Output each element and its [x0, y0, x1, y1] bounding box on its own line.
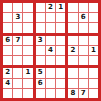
- cell-r3c1[interactable]: [3, 23, 12, 32]
- cell-r8c2[interactable]: [13, 79, 22, 88]
- cell-r7c1[interactable]: 2: [3, 68, 12, 77]
- cell-r3c5[interactable]: [46, 23, 55, 32]
- cell-r4c9[interactable]: [89, 36, 98, 45]
- cell-r3c9[interactable]: [89, 23, 98, 32]
- cell-r7c9[interactable]: [89, 68, 98, 77]
- box-7: 214: [3, 68, 33, 98]
- cell-r5c7[interactable]: 2: [68, 46, 77, 55]
- box-9: 87: [68, 68, 98, 98]
- cell-r1c8[interactable]: [79, 3, 88, 12]
- cell-r2c7[interactable]: [68, 13, 77, 22]
- cell-r5c3[interactable]: [23, 46, 32, 55]
- cell-r2c5[interactable]: [46, 13, 55, 22]
- cell-r5c1[interactable]: [3, 46, 12, 55]
- cell-r2c9[interactable]: [89, 13, 98, 22]
- cell-r9c1[interactable]: [3, 89, 12, 98]
- cell-r4c1[interactable]: 6: [3, 36, 12, 45]
- cell-r4c3[interactable]: [23, 36, 32, 45]
- cell-r1c4[interactable]: [36, 3, 45, 12]
- cell-r9c5[interactable]: [46, 89, 55, 98]
- cell-r8c1[interactable]: 4: [3, 79, 12, 88]
- cell-r6c6[interactable]: [56, 56, 65, 65]
- box-1: 3: [3, 3, 33, 33]
- cell-r9c9[interactable]: [89, 89, 98, 98]
- cell-r3c3[interactable]: [23, 23, 32, 32]
- cell-r2c2[interactable]: 3: [13, 13, 22, 22]
- cell-r8c3[interactable]: [23, 79, 32, 88]
- cell-r8c5[interactable]: [46, 79, 55, 88]
- cell-r6c9[interactable]: [89, 56, 98, 65]
- box-3: 6: [68, 3, 98, 33]
- cell-r9c2[interactable]: [13, 89, 22, 98]
- box-5: 34: [36, 36, 66, 66]
- cell-r6c8[interactable]: [79, 56, 88, 65]
- cell-r6c5[interactable]: [46, 56, 55, 65]
- cell-r8c9[interactable]: [89, 79, 98, 88]
- cell-r4c5[interactable]: [46, 36, 55, 45]
- cell-r7c3[interactable]: 1: [23, 68, 32, 77]
- box-4: 67: [3, 36, 33, 66]
- cell-r4c6[interactable]: [56, 36, 65, 45]
- cell-r4c2[interactable]: 7: [13, 36, 22, 45]
- cell-r3c7[interactable]: [68, 23, 77, 32]
- cell-r2c6[interactable]: [56, 13, 65, 22]
- cell-r1c7[interactable]: [68, 3, 77, 12]
- box-2: 21: [36, 3, 66, 33]
- cell-r6c1[interactable]: [3, 56, 12, 65]
- cell-r7c2[interactable]: [13, 68, 22, 77]
- sudoku-board: 32166734212145687: [0, 0, 101, 101]
- cell-r5c9[interactable]: 1: [89, 46, 98, 55]
- cell-r1c9[interactable]: [89, 3, 98, 12]
- cell-r2c8[interactable]: 6: [79, 13, 88, 22]
- cell-r1c3[interactable]: [23, 3, 32, 12]
- cell-r2c3[interactable]: [23, 13, 32, 22]
- cell-r8c8[interactable]: [79, 79, 88, 88]
- cell-r6c3[interactable]: [23, 56, 32, 65]
- cell-r8c6[interactable]: [56, 79, 65, 88]
- cell-r9c6[interactable]: [56, 89, 65, 98]
- cell-r7c4[interactable]: 5: [36, 68, 45, 77]
- cell-r2c1[interactable]: [3, 13, 12, 22]
- cell-r9c7[interactable]: 8: [68, 89, 77, 98]
- cell-r1c5[interactable]: 2: [46, 3, 55, 12]
- cell-r3c2[interactable]: [13, 23, 22, 32]
- cell-r5c5[interactable]: 4: [46, 46, 55, 55]
- cell-r3c4[interactable]: [36, 23, 45, 32]
- box-6: 21: [68, 36, 98, 66]
- cell-r7c8[interactable]: [79, 68, 88, 77]
- cell-r6c7[interactable]: [68, 56, 77, 65]
- cell-r7c5[interactable]: [46, 68, 55, 77]
- cell-r5c4[interactable]: [36, 46, 45, 55]
- cell-r6c2[interactable]: [13, 56, 22, 65]
- cell-r9c8[interactable]: 7: [79, 89, 88, 98]
- cell-r9c4[interactable]: [36, 89, 45, 98]
- box-8: 56: [36, 68, 66, 98]
- cell-r1c1[interactable]: [3, 3, 12, 12]
- cell-r3c8[interactable]: [79, 23, 88, 32]
- cell-r5c8[interactable]: [79, 46, 88, 55]
- cell-r2c4[interactable]: [36, 13, 45, 22]
- cell-r7c7[interactable]: [68, 68, 77, 77]
- cell-r1c2[interactable]: [13, 3, 22, 12]
- cell-r4c7[interactable]: [68, 36, 77, 45]
- cell-r8c7[interactable]: [68, 79, 77, 88]
- cell-r7c6[interactable]: [56, 68, 65, 77]
- cell-r4c4[interactable]: 3: [36, 36, 45, 45]
- cell-r3c6[interactable]: [56, 23, 65, 32]
- cell-r1c6[interactable]: 1: [56, 3, 65, 12]
- cell-r4c8[interactable]: [79, 36, 88, 45]
- cell-r5c6[interactable]: [56, 46, 65, 55]
- cell-r9c3[interactable]: [23, 89, 32, 98]
- cell-r6c4[interactable]: [36, 56, 45, 65]
- cell-r8c4[interactable]: 6: [36, 79, 45, 88]
- cell-r5c2[interactable]: [13, 46, 22, 55]
